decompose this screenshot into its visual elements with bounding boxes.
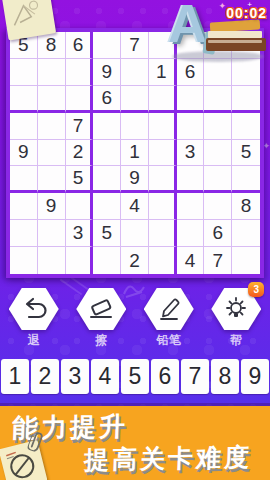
sudoku-cell-r5c4[interactable] xyxy=(93,140,121,167)
sudoku-cell-r3c3[interactable] xyxy=(66,86,94,113)
sudoku-cell-r5c6[interactable] xyxy=(149,140,177,167)
undo-label: 退 xyxy=(28,332,40,349)
sudoku-cell-r3c7[interactable] xyxy=(177,86,205,113)
sudoku-cell-r8c6[interactable] xyxy=(149,220,177,247)
sudoku-cell-r9c9[interactable] xyxy=(232,247,260,274)
sudoku-cell-r7c5[interactable]: 4 xyxy=(121,193,149,220)
num-button-6[interactable]: 6 xyxy=(151,359,179,394)
sudoku-cell-r1c3[interactable]: 6 xyxy=(66,32,94,59)
sudoku-cell-r2c9[interactable] xyxy=(232,59,260,86)
sudoku-cell-r8c2[interactable] xyxy=(38,220,66,247)
sudoku-cell-r7c6[interactable] xyxy=(149,193,177,220)
num-button-2[interactable]: 2 xyxy=(31,359,59,394)
sudoku-cell-r8c8[interactable]: 6 xyxy=(204,220,232,247)
sudoku-cell-r9c6[interactable] xyxy=(149,247,177,274)
sudoku-cell-r5c1[interactable]: 9 xyxy=(10,140,38,167)
undo-button[interactable]: 退 xyxy=(3,288,65,352)
sudoku-cell-r5c7[interactable]: 3 xyxy=(177,140,205,167)
sudoku-cell-r6c3[interactable]: 5 xyxy=(66,166,94,193)
sudoku-cell-r3c2[interactable] xyxy=(38,86,66,113)
sudoku-cell-r4c7[interactable] xyxy=(177,113,205,140)
hint-count-badge: 3 xyxy=(248,282,264,297)
sudoku-cell-r7c9[interactable]: 8 xyxy=(232,193,260,220)
sudoku-cell-r4c4[interactable] xyxy=(93,113,121,140)
sudoku-cell-r1c4[interactable] xyxy=(93,32,121,59)
sudoku-cell-r7c7[interactable] xyxy=(177,193,205,220)
eraser-icon xyxy=(87,296,115,322)
sudoku-cell-r6c6[interactable] xyxy=(149,166,177,193)
timer: 00:02 xyxy=(226,5,267,21)
sudoku-cell-r3c5[interactable] xyxy=(121,86,149,113)
sudoku-cell-r1c2[interactable]: 8 xyxy=(38,32,66,59)
sudoku-cell-r9c8[interactable]: 7 xyxy=(204,247,232,274)
sudoku-cell-r5c8[interactable] xyxy=(204,140,232,167)
hint-bulb-icon xyxy=(222,296,250,322)
sudoku-cell-r8c7[interactable] xyxy=(177,220,205,247)
sudoku-cell-r9c1[interactable] xyxy=(10,247,38,274)
num-button-1[interactable]: 1 xyxy=(1,359,29,394)
erase-button[interactable]: 擦 xyxy=(70,288,132,352)
sudoku-cell-r3c9[interactable] xyxy=(232,86,260,113)
banner-text-line2: 提高关卡难度 xyxy=(83,441,252,477)
sudoku-cell-r9c7[interactable]: 4 xyxy=(177,247,205,274)
sudoku-cell-r7c4[interactable] xyxy=(93,193,121,220)
sudoku-cell-r8c9[interactable] xyxy=(232,220,260,247)
number-pad: 123456789 xyxy=(1,359,269,394)
sudoku-cell-r8c3[interactable]: 3 xyxy=(66,220,94,247)
sudoku-cell-r4c1[interactable] xyxy=(10,113,38,140)
sudoku-cell-r6c7[interactable] xyxy=(177,166,205,193)
sudoku-cell-r7c2[interactable]: 9 xyxy=(38,193,66,220)
sudoku-cell-r4c2[interactable] xyxy=(38,113,66,140)
sudoku-cell-r5c2[interactable] xyxy=(38,140,66,167)
sudoku-cell-r2c7[interactable]: 6 xyxy=(177,59,205,86)
sudoku-cell-r9c3[interactable] xyxy=(66,247,94,274)
sudoku-cell-r3c8[interactable] xyxy=(204,86,232,113)
sudoku-cell-r9c5[interactable]: 2 xyxy=(121,247,149,274)
sudoku-cell-r4c5[interactable] xyxy=(121,113,149,140)
num-button-4[interactable]: 4 xyxy=(91,359,119,394)
erase-label: 擦 xyxy=(95,332,107,349)
sudoku-cell-r3c6[interactable] xyxy=(149,86,177,113)
sudoku-cell-r2c8[interactable] xyxy=(204,59,232,86)
hint-label: 帮 xyxy=(230,332,242,349)
sudoku-cell-r2c2[interactable] xyxy=(38,59,66,86)
sudoku-cell-r8c5[interactable] xyxy=(121,220,149,247)
pencil-label: 铅笔 xyxy=(157,332,181,349)
sudoku-cell-r4c8[interactable] xyxy=(204,113,232,140)
sudoku-grid: 5867916679213559948356247 xyxy=(6,28,264,278)
sudoku-cell-r7c8[interactable] xyxy=(204,193,232,220)
num-button-7[interactable]: 7 xyxy=(181,359,209,394)
sudoku-cell-r4c3[interactable]: 7 xyxy=(66,113,94,140)
sudoku-cell-r1c5[interactable]: 7 xyxy=(121,32,149,59)
sudoku-cell-r6c8[interactable] xyxy=(204,166,232,193)
sudoku-cell-r2c4[interactable]: 9 xyxy=(93,59,121,86)
num-button-5[interactable]: 5 xyxy=(121,359,149,394)
undo-icon xyxy=(20,296,48,322)
sudoku-cell-r2c1[interactable] xyxy=(10,59,38,86)
sudoku-cell-r5c5[interactable]: 1 xyxy=(121,140,149,167)
sudoku-cell-r6c4[interactable] xyxy=(93,166,121,193)
sudoku-cell-r7c1[interactable] xyxy=(10,193,38,220)
pencil-button[interactable]: 铅笔 xyxy=(138,288,200,352)
sudoku-cell-r3c1[interactable] xyxy=(10,86,38,113)
pencil-icon xyxy=(155,296,183,322)
sudoku-cell-r3c4[interactable]: 6 xyxy=(93,86,121,113)
sudoku-cell-r4c9[interactable] xyxy=(232,113,260,140)
sudoku-cell-r2c6[interactable]: 1 xyxy=(149,59,177,86)
sudoku-cell-r5c9[interactable]: 5 xyxy=(232,140,260,167)
sudoku-cell-r6c1[interactable] xyxy=(10,166,38,193)
sudoku-cell-r9c2[interactable] xyxy=(38,247,66,274)
num-button-8[interactable]: 8 xyxy=(211,359,239,394)
num-button-9[interactable]: 9 xyxy=(241,359,269,394)
num-button-3[interactable]: 3 xyxy=(61,359,89,394)
sudoku-cell-r6c9[interactable] xyxy=(232,166,260,193)
sudoku-cell-r8c1[interactable] xyxy=(10,220,38,247)
sudoku-cell-r5c3[interactable]: 2 xyxy=(66,140,94,167)
sudoku-app-screen: 00:02 ✦ + 5867916679213559948356247 A ✦ xyxy=(0,0,270,480)
sudoku-cell-r6c5[interactable]: 9 xyxy=(121,166,149,193)
sudoku-cell-r7c3[interactable] xyxy=(66,193,94,220)
hint-button[interactable]: 3 帮 xyxy=(205,288,267,352)
books-stack-icon xyxy=(202,18,268,58)
sudoku-cell-r6c2[interactable] xyxy=(38,166,66,193)
sudoku-cell-r2c3[interactable] xyxy=(66,59,94,86)
sudoku-cell-r4c6[interactable] xyxy=(149,113,177,140)
promo-banner[interactable]: 能力提升 提高关卡难度 xyxy=(0,406,270,480)
sudoku-cell-r2c5[interactable] xyxy=(121,59,149,86)
sudoku-cell-r8c4[interactable]: 5 xyxy=(93,220,121,247)
toolbar: 退 擦 铅笔 3 xyxy=(0,288,270,352)
sudoku-cell-r9c4[interactable] xyxy=(93,247,121,274)
